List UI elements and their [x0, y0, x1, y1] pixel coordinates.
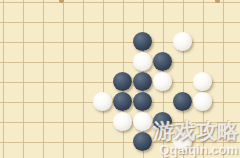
grid-hline — [0, 142, 240, 143]
stone-white — [153, 72, 172, 91]
stone-black — [173, 92, 192, 111]
stone-white — [113, 112, 132, 131]
grid-hline — [0, 22, 240, 23]
stone-white — [133, 52, 152, 71]
stone-black — [113, 72, 132, 91]
stone-black — [133, 92, 152, 111]
stone-white — [133, 112, 152, 131]
stone-black — [153, 52, 172, 71]
stone-white — [173, 132, 192, 151]
grid-vline — [223, 0, 224, 158]
stone-white — [193, 92, 212, 111]
gomoku-app-screen: 游戏攻略 Qqaiqin.com — [0, 0, 240, 158]
grid-vline — [23, 0, 24, 158]
grid-vline — [3, 0, 4, 158]
stone-white — [193, 72, 212, 91]
stone-black — [133, 32, 152, 51]
stone-white — [173, 32, 192, 51]
grid-vline — [83, 0, 84, 158]
stone-black — [153, 112, 172, 131]
stone-black — [113, 92, 132, 111]
grid-hline — [0, 62, 240, 63]
stone-black — [133, 72, 152, 91]
grid-vline — [63, 0, 64, 158]
gomoku-board[interactable] — [0, 0, 240, 158]
grid-hline — [0, 2, 240, 3]
board-edge-tick — [215, 0, 220, 3]
stone-black — [133, 132, 152, 151]
grid-vline — [43, 0, 44, 158]
grid-vline — [103, 0, 104, 158]
board-edge-tick — [59, 0, 64, 3]
stone-white — [93, 92, 112, 111]
grid-hline — [0, 42, 240, 43]
